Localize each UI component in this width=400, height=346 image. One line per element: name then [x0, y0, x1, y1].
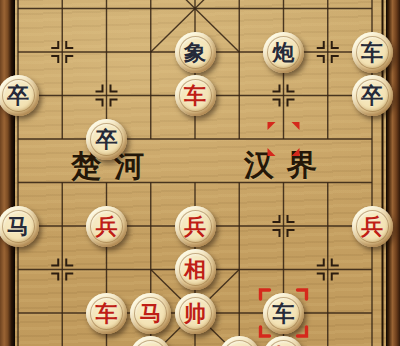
- pieces-layer: 象炮车卒车卒卒马兵兵兵相车马帅车仕仕相: [0, 0, 394, 346]
- piece-black-车[interactable]: 车: [263, 293, 304, 334]
- piece-red-车[interactable]: 车: [86, 293, 127, 334]
- piece-red-马[interactable]: 马: [130, 293, 171, 334]
- piece-black-卒[interactable]: 卒: [86, 119, 127, 160]
- piece-glyph: 马: [140, 293, 162, 334]
- piece-red-兵[interactable]: 兵: [86, 206, 127, 247]
- piece-red-帅[interactable]: 帅: [175, 293, 216, 334]
- piece-glyph: 仕: [228, 336, 250, 346]
- piece-red-相[interactable]: 相: [175, 249, 216, 290]
- piece-red-仕[interactable]: 仕: [130, 336, 171, 346]
- piece-glyph: 象: [184, 32, 206, 73]
- piece-black-卒[interactable]: 卒: [0, 75, 39, 116]
- piece-black-象[interactable]: 象: [175, 32, 216, 73]
- piece-black-卒[interactable]: 卒: [352, 75, 393, 116]
- piece-glyph: 马: [7, 206, 29, 247]
- piece-black-车[interactable]: 车: [352, 32, 393, 73]
- piece-black-炮[interactable]: 炮: [263, 32, 304, 73]
- piece-red-相[interactable]: 相: [263, 336, 304, 346]
- piece-glyph: 车: [361, 32, 383, 73]
- piece-glyph: 卒: [7, 75, 29, 116]
- piece-glyph: 车: [96, 293, 118, 334]
- piece-glyph: 兵: [361, 206, 383, 247]
- piece-black-马[interactable]: 马: [0, 206, 39, 247]
- piece-red-仕[interactable]: 仕: [219, 336, 260, 346]
- piece-glyph: 相: [184, 249, 206, 290]
- piece-glyph: 卒: [96, 119, 118, 160]
- piece-glyph: 相: [273, 336, 295, 346]
- piece-glyph: 车: [273, 293, 295, 334]
- piece-glyph: 卒: [361, 75, 383, 116]
- piece-red-兵[interactable]: 兵: [175, 206, 216, 247]
- piece-glyph: 帅: [184, 293, 206, 334]
- piece-red-车[interactable]: 车: [175, 75, 216, 116]
- piece-glyph: 车: [184, 75, 206, 116]
- piece-glyph: 仕: [140, 336, 162, 346]
- piece-glyph: 兵: [96, 206, 118, 247]
- xiangqi-app: 楚河 汉界 象炮车卒车卒卒马兵兵兵相车马帅车仕仕相: [0, 0, 400, 346]
- piece-glyph: 炮: [273, 32, 295, 73]
- piece-glyph: 兵: [184, 206, 206, 247]
- piece-red-兵[interactable]: 兵: [352, 206, 393, 247]
